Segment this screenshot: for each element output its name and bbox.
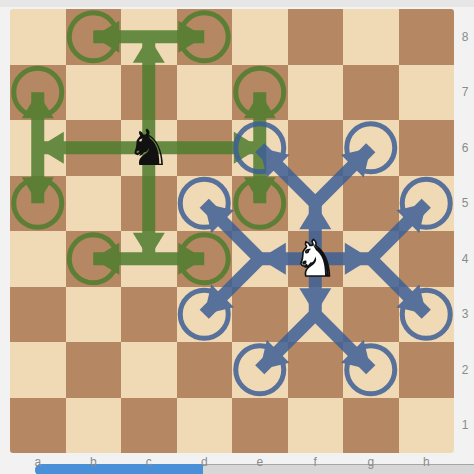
square-g5	[343, 176, 399, 232]
square-g8	[343, 9, 399, 65]
file-label-b: b	[66, 455, 122, 467]
rank-label-8: 8	[456, 30, 474, 44]
file-label-f: f	[288, 455, 344, 467]
square-c3	[121, 287, 177, 343]
page: ♞♞ 87654321abcdefgh	[0, 0, 474, 474]
square-g1	[343, 398, 399, 454]
square-b3	[66, 287, 122, 343]
square-h3	[399, 287, 455, 343]
square-d5	[177, 176, 233, 232]
square-f6	[288, 120, 344, 176]
square-e4	[232, 231, 288, 287]
rank-label-7: 7	[456, 85, 474, 99]
file-label-g: g	[343, 455, 399, 467]
square-f1	[288, 398, 344, 454]
square-d6	[177, 120, 233, 176]
square-c1	[121, 398, 177, 454]
square-c2	[121, 342, 177, 398]
square-a6	[10, 120, 66, 176]
square-e1	[232, 398, 288, 454]
square-e2	[232, 342, 288, 398]
square-a3	[10, 287, 66, 343]
square-c8	[121, 9, 177, 65]
square-b4	[66, 231, 122, 287]
square-c4	[121, 231, 177, 287]
square-e5	[232, 176, 288, 232]
square-f7	[288, 65, 344, 121]
square-g7	[343, 65, 399, 121]
file-label-c: c	[121, 455, 177, 467]
square-a5	[10, 176, 66, 232]
square-d1	[177, 398, 233, 454]
square-a2	[10, 342, 66, 398]
square-d2	[177, 342, 233, 398]
rank-label-6: 6	[456, 141, 474, 155]
square-a4	[10, 231, 66, 287]
square-a1	[10, 398, 66, 454]
square-c7	[121, 65, 177, 121]
square-d4	[177, 231, 233, 287]
square-g2	[343, 342, 399, 398]
square-b1	[66, 398, 122, 454]
square-e6	[232, 120, 288, 176]
square-b5	[66, 176, 122, 232]
square-h4	[399, 231, 455, 287]
rank-label-5: 5	[456, 196, 474, 210]
square-f8	[288, 9, 344, 65]
square-d3	[177, 287, 233, 343]
square-e8	[232, 9, 288, 65]
square-h8	[399, 9, 455, 65]
square-b7	[66, 65, 122, 121]
square-b6	[66, 120, 122, 176]
square-h7	[399, 65, 455, 121]
square-f3	[288, 287, 344, 343]
square-e3	[232, 287, 288, 343]
square-f2	[288, 342, 344, 398]
square-h6	[399, 120, 455, 176]
board-squares	[10, 9, 454, 453]
square-f5	[288, 176, 344, 232]
top-border-strip	[0, 0, 474, 7]
file-label-a: a	[10, 455, 66, 467]
file-label-d: d	[177, 455, 233, 467]
square-g3	[343, 287, 399, 343]
square-c5	[121, 176, 177, 232]
square-a8	[10, 9, 66, 65]
square-g4	[343, 231, 399, 287]
square-c6	[121, 120, 177, 176]
square-b8	[66, 9, 122, 65]
rank-label-4: 4	[456, 252, 474, 266]
file-label-h: h	[399, 455, 455, 467]
square-e7	[232, 65, 288, 121]
rank-label-1: 1	[456, 418, 474, 432]
file-label-e: e	[232, 455, 288, 467]
square-d8	[177, 9, 233, 65]
square-b2	[66, 342, 122, 398]
rank-label-3: 3	[456, 307, 474, 321]
square-h2	[399, 342, 455, 398]
square-h5	[399, 176, 455, 232]
square-d7	[177, 65, 233, 121]
square-g6	[343, 120, 399, 176]
chess-board: ♞♞	[10, 9, 454, 453]
square-a7	[10, 65, 66, 121]
square-f4	[288, 231, 344, 287]
square-h1	[399, 398, 455, 454]
rank-label-2: 2	[456, 363, 474, 377]
